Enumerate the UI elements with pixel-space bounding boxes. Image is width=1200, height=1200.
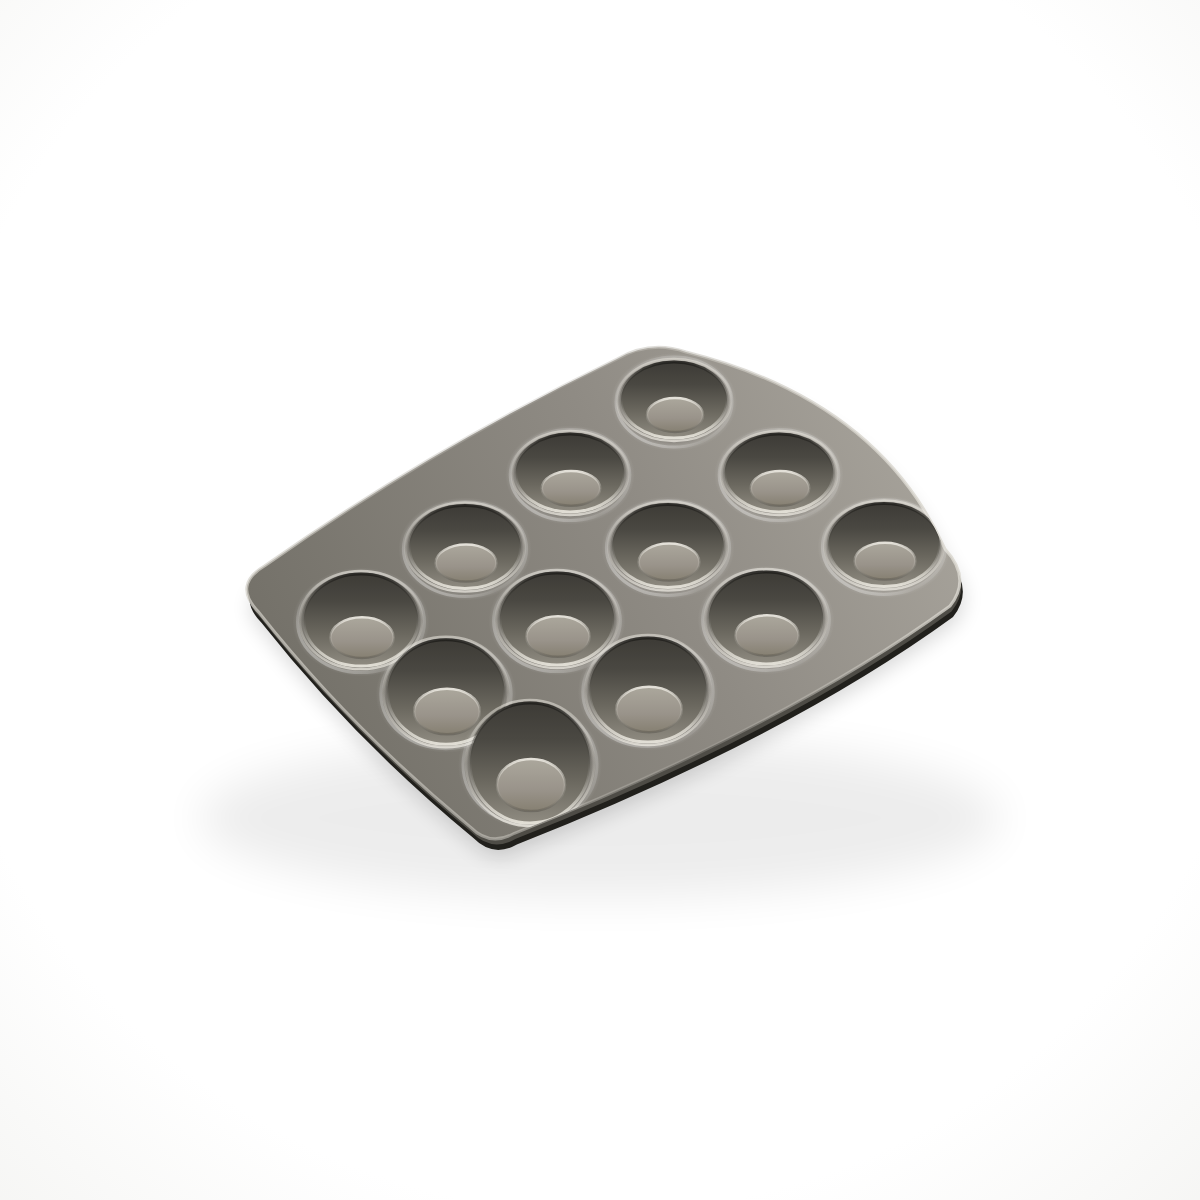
cup-bottom-disc bbox=[497, 759, 565, 811]
cup-bottom-disc bbox=[414, 689, 480, 735]
pan-cup-r3c2 bbox=[698, 566, 835, 675]
cup-bottom-disc bbox=[639, 544, 700, 581]
cup-bottom-disc bbox=[647, 398, 703, 432]
pan-cup-r1c1 bbox=[611, 353, 737, 451]
cup-bottom-disc bbox=[616, 687, 682, 732]
pan-cup-r2c1 bbox=[714, 425, 844, 524]
muffin-pan-photo bbox=[0, 0, 1200, 1200]
cup-bottom-disc bbox=[526, 616, 589, 657]
cup-bottom-disc bbox=[751, 471, 809, 506]
cup-bottom-disc bbox=[735, 615, 798, 655]
cup-bottom-disc bbox=[330, 617, 393, 658]
product-photo bbox=[0, 0, 1200, 1200]
pan-cup-r2c2 bbox=[601, 497, 734, 600]
pan-cup-r1c2 bbox=[505, 425, 635, 524]
cup-bottom-disc bbox=[542, 471, 600, 506]
cup-bottom-disc bbox=[855, 543, 916, 580]
pan-cup-r3c3 bbox=[578, 633, 718, 750]
cup-bottom-disc bbox=[436, 545, 497, 582]
